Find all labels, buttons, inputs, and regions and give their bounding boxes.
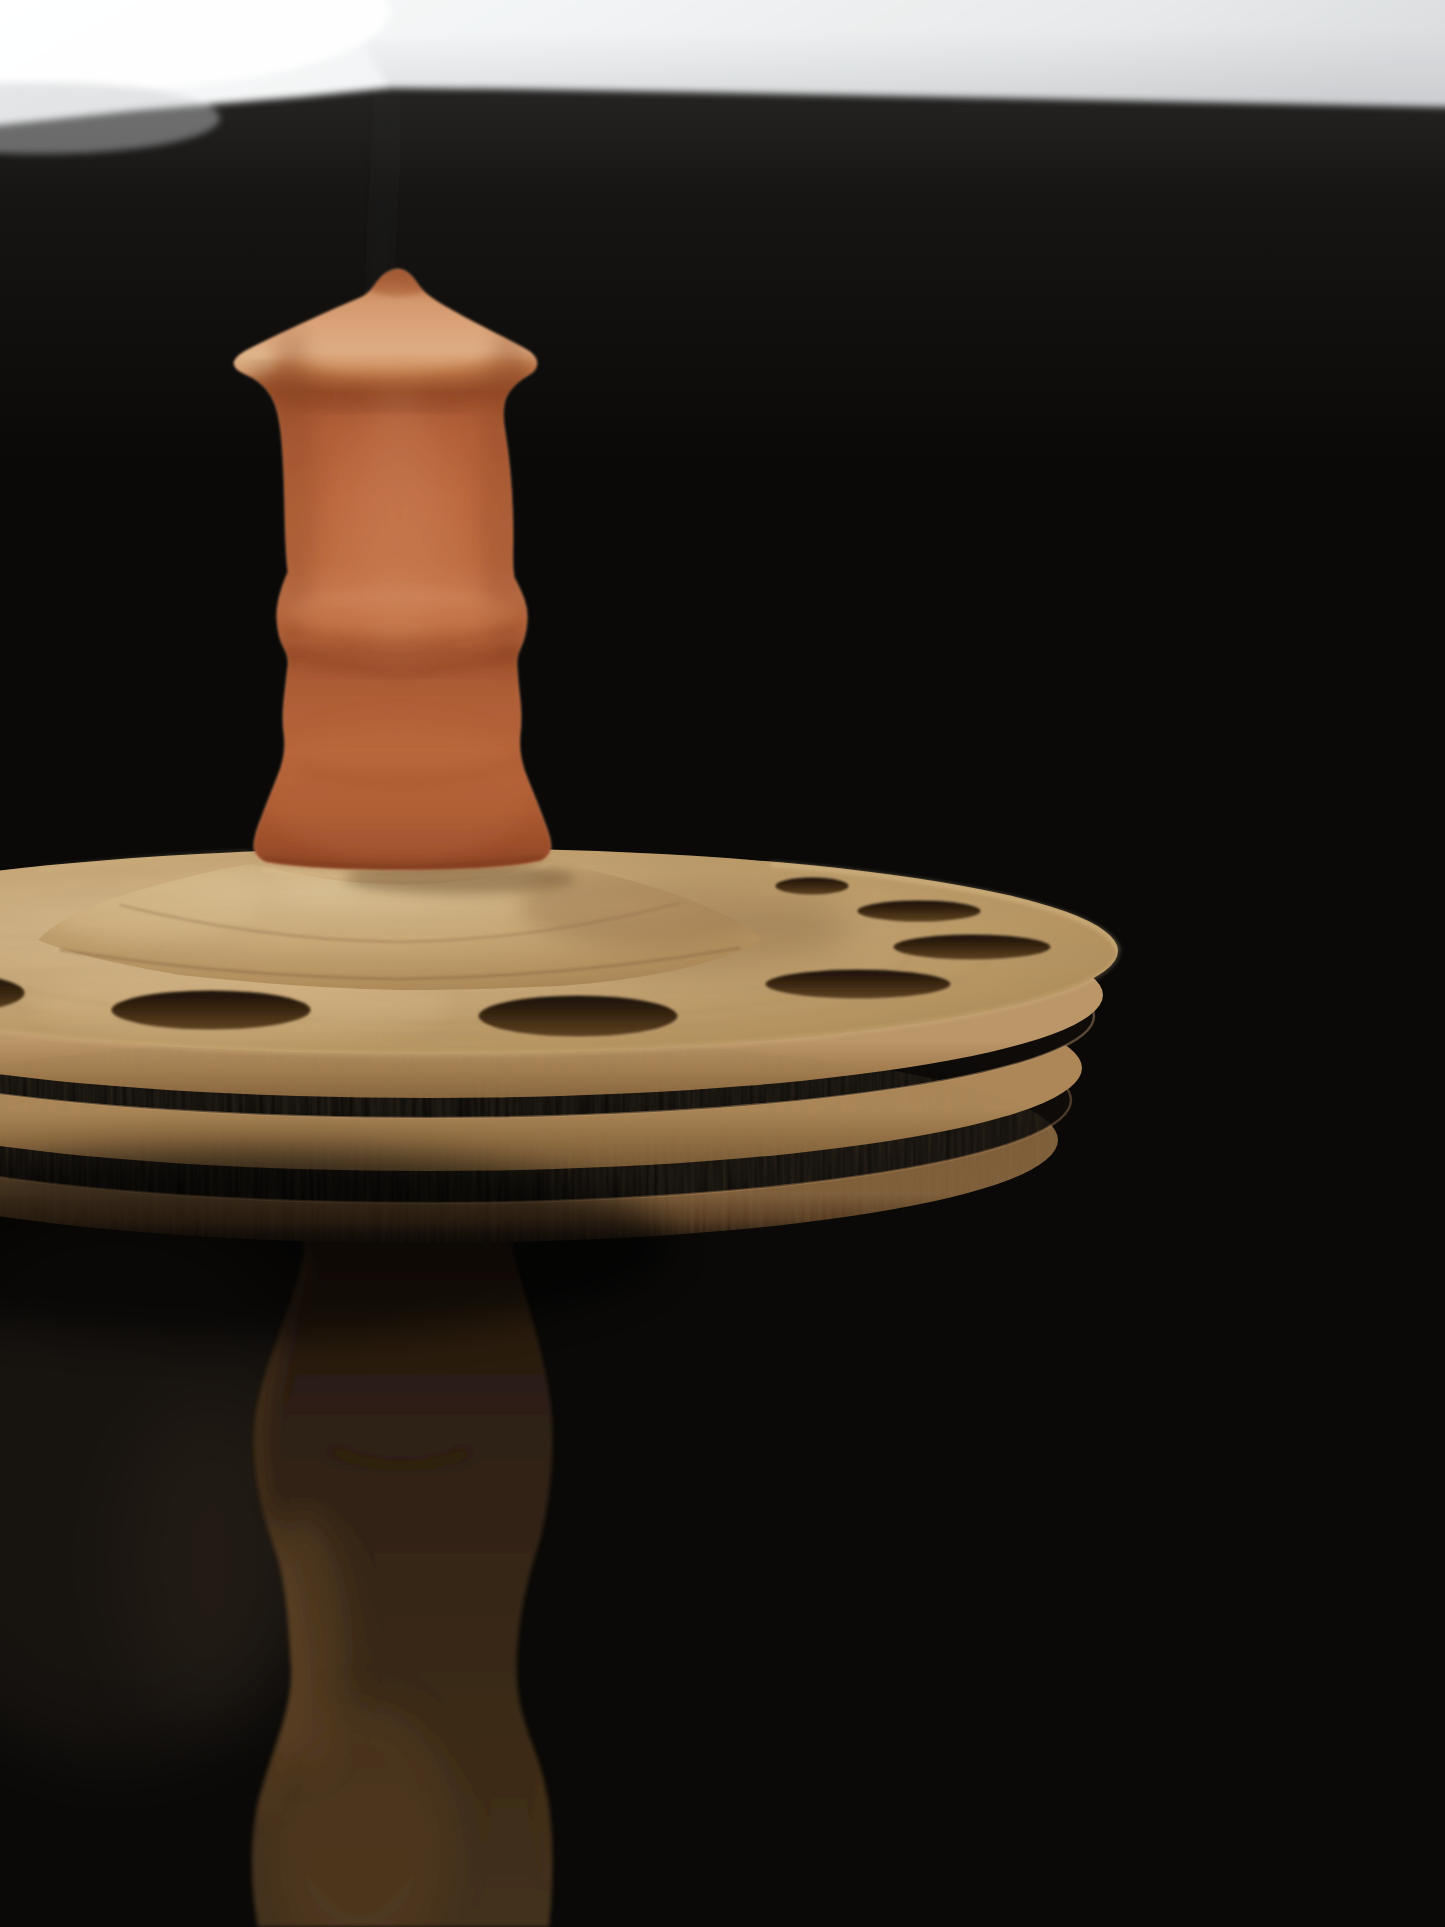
hole-far-back-right (775, 877, 849, 895)
hole-front-right (765, 969, 951, 999)
photo-wooden-stand (0, 0, 1445, 1927)
hole-front-left (111, 990, 311, 1030)
bead-highlight (282, 589, 518, 635)
scene-canvas (0, 0, 1445, 1927)
hole-front-center (478, 995, 678, 1037)
wall-gradient-under-light (0, 80, 1445, 470)
base-mid-light (263, 718, 533, 862)
hole-right (893, 934, 1051, 960)
hole-back-right (857, 900, 981, 922)
